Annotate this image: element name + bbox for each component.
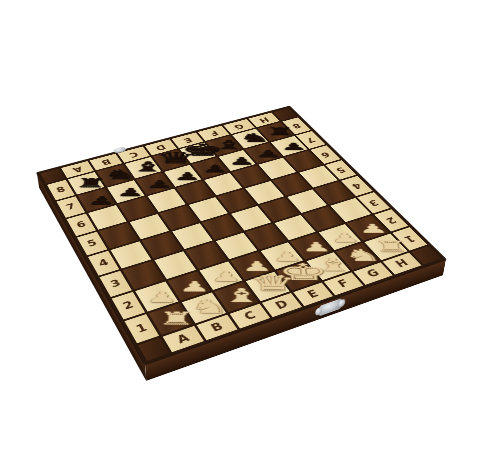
file-label-back-b-text: B [100,158,112,166]
black-pawn-e7[interactable]: ♟ [202,163,228,173]
rank-label-right-3-text: 3 [367,198,381,207]
file-label-back-g-text: G [233,123,246,131]
file-label-back-f-text: F [208,130,220,137]
file-label-front-h-text: H [394,258,411,269]
black-pawn-g7[interactable]: ♟ [255,149,281,159]
rank-label-right-4-text: 4 [350,182,364,191]
black-knight-b8[interactable]: ♞ [102,168,137,181]
file-label-front-d-text: D [273,299,290,311]
file-label-front-b-text: B [209,321,225,334]
rank-label-left-1-text: 1 [134,322,149,334]
rank-label-left-5-text: 5 [86,238,99,248]
file-label-front-e-text: E [306,289,321,300]
black-pawn-c7[interactable]: ♟ [145,179,173,190]
file-label-front-a-text: A [175,332,191,345]
file-label-back-a-text: A [71,165,83,173]
rank-label-left-8-text: 8 [55,186,67,195]
rank-label-left-3-text: 3 [109,278,123,289]
rank-label-left-7-text: 7 [65,202,77,211]
file-label-front-f-text: F [336,278,351,289]
black-pawn-h7[interactable]: ♟ [281,141,307,151]
file-label-back-h-text: H [258,116,271,123]
rank-label-left-6-text: 6 [75,220,88,230]
file-label-front-g-text: G [365,268,382,279]
rank-label-left-4-text: 4 [97,258,110,269]
file-label-back-c-text: C [128,151,140,159]
black-pawn-b7[interactable]: ♟ [116,187,145,198]
black-pawn-a7[interactable]: ♟ [86,195,115,206]
photo-canvas: ABCDEFGH8877665544332211ABCDEFGH ♜♞♝♚♛♝♞… [0,0,498,458]
black-rook-a8[interactable]: ♜ [74,177,107,189]
board-top-face: ABCDEFGH8877665544332211ABCDEFGH ♜♞♝♚♛♝♞… [37,106,446,364]
rank-label-right-7-text: 7 [304,136,316,144]
black-pawn-d7[interactable]: ♟ [174,171,201,182]
rank-label-right-5-text: 5 [334,166,347,174]
rank-label-right-6-text: 6 [319,151,332,159]
chess-board: ABCDEFGH8877665544332211ABCDEFGH ♜♞♝♚♛♝♞… [37,106,446,364]
file-label-front-c-text: C [242,310,258,322]
rank-label-left-2-text: 2 [121,300,135,312]
black-pawn-f7[interactable]: ♟ [229,156,255,166]
